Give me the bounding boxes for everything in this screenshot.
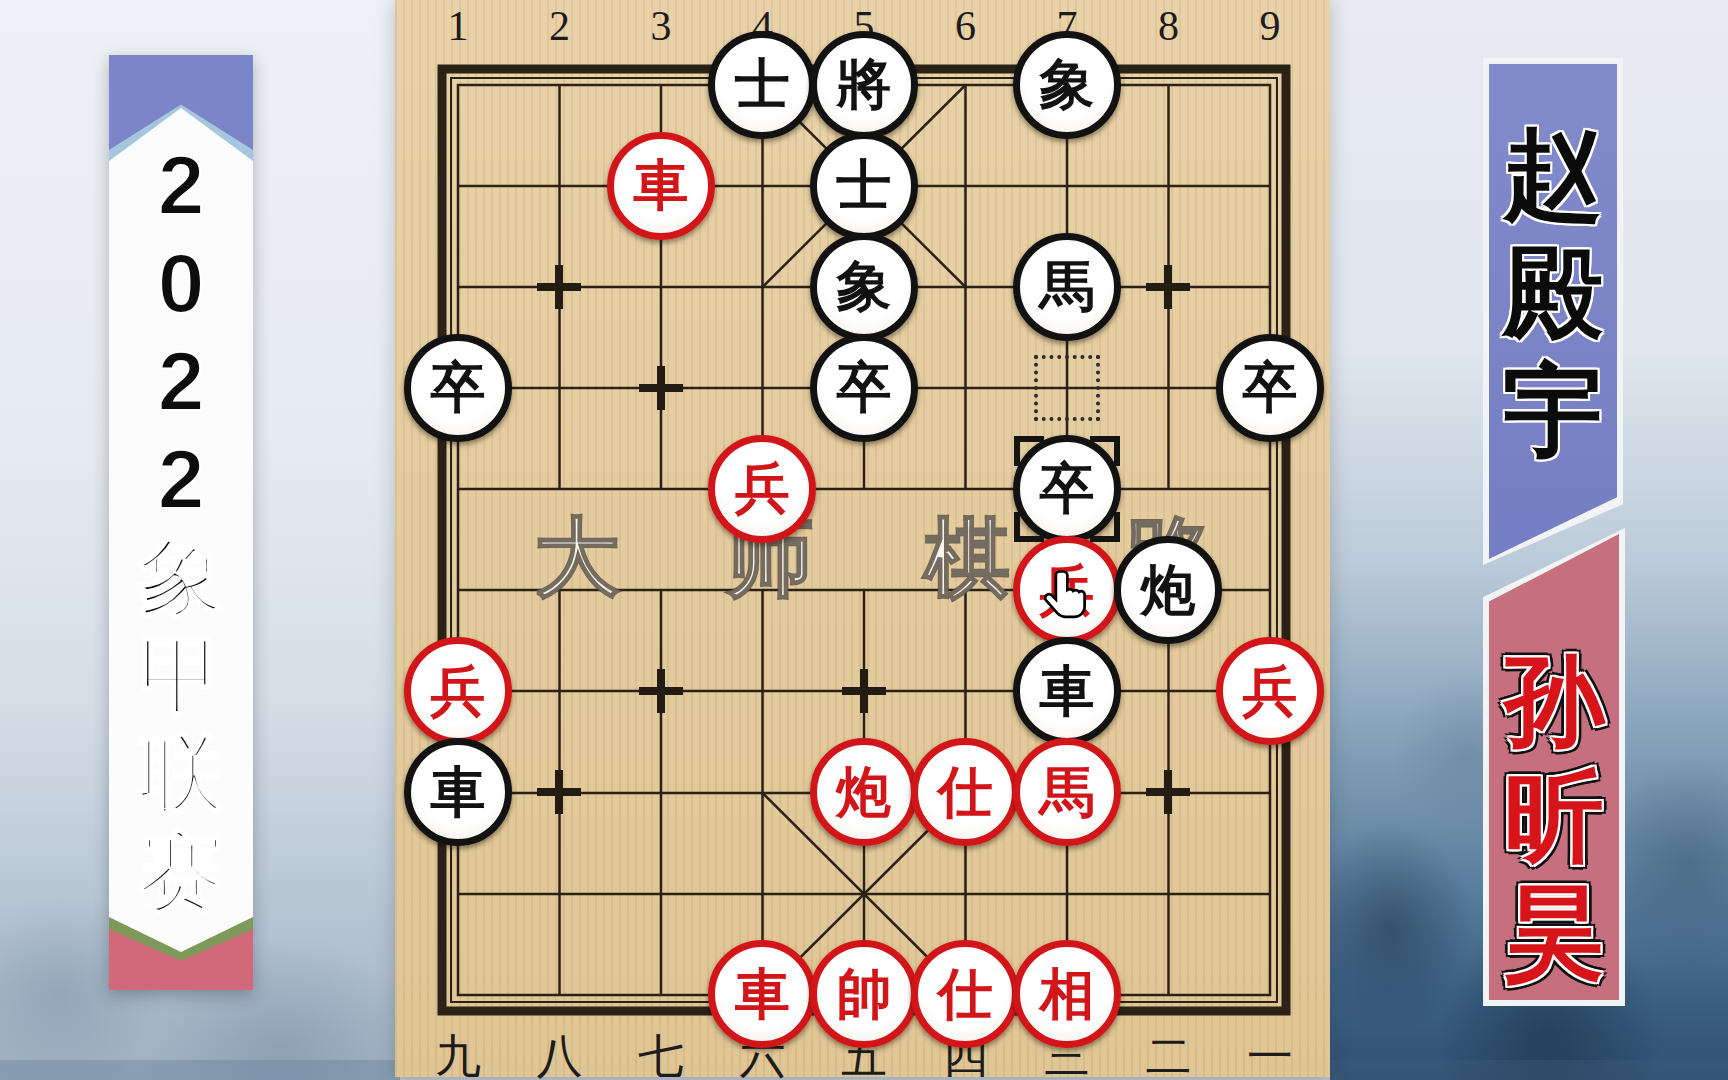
- piece-red-horse[interactable]: 馬: [1013, 738, 1121, 846]
- red-player-banner: 孙昕昊: [1483, 528, 1625, 1006]
- piece-black-horse[interactable]: 馬: [1013, 233, 1121, 341]
- piece-black-soldier[interactable]: 卒: [1216, 334, 1324, 442]
- black-player-name-char: 宇: [1503, 358, 1603, 462]
- piece-red-soldier[interactable]: 兵: [1216, 637, 1324, 745]
- board-point-marker: [639, 366, 683, 410]
- piece-red-advisor[interactable]: 仕: [911, 940, 1019, 1048]
- piece-black-advisor[interactable]: 士: [708, 31, 816, 139]
- last-move-from-marker: [1034, 355, 1100, 421]
- corner-bracket-tr: [1090, 436, 1120, 466]
- piece-red-chariot[interactable]: 車: [607, 132, 715, 240]
- event-banner: 2022象甲联赛: [109, 55, 253, 990]
- piece-black-soldier[interactable]: 卒: [810, 334, 918, 442]
- last-move-to-marker: [1014, 436, 1120, 542]
- corner-bracket-bl: [1014, 512, 1044, 542]
- board-point-marker: [1146, 265, 1190, 309]
- red-player-name-char: 昕: [1504, 764, 1604, 868]
- piece-red-advisor[interactable]: 仕: [911, 738, 1019, 846]
- board-point-marker: [1146, 770, 1190, 814]
- red-player-name: 孙昕昊: [1483, 528, 1625, 1006]
- piece-red-soldier[interactable]: 兵: [708, 435, 816, 543]
- event-title-char: 0: [158, 241, 205, 325]
- piece-red-soldier[interactable]: 兵: [404, 637, 512, 745]
- red-player-name-char: 昊: [1504, 880, 1604, 984]
- piece-black-general[interactable]: 將: [810, 31, 918, 139]
- black-player-name-char: 殿: [1503, 240, 1603, 344]
- hand-cursor-icon: [1020, 543, 1114, 637]
- board-point-marker: [842, 669, 886, 713]
- event-title-char: 赛: [139, 829, 223, 913]
- piece-black-soldier[interactable]: 卒: [404, 334, 512, 442]
- event-title-char: 联: [139, 731, 223, 815]
- event-title-char: 甲: [139, 633, 223, 717]
- event-title-char: 象: [139, 535, 223, 619]
- black-player-name-char: 赵: [1503, 122, 1603, 226]
- piece-black-chariot[interactable]: 車: [404, 738, 512, 846]
- piece-red-general[interactable]: 帥: [810, 940, 918, 1048]
- piece-black-cannon[interactable]: 炮: [1114, 536, 1222, 644]
- board-point-marker: [639, 669, 683, 713]
- screenshot-stage: 2022象甲联赛: [0, 0, 1728, 1080]
- xiangqi-board-panel: 士將象車士象馬卒卒卒兵卒兵炮兵車兵車炮仕馬車帥仕相 123456789九八七六五…: [395, 0, 1330, 1077]
- board-grid: 士將象車士象馬卒卒卒兵卒兵炮兵車兵車炮仕馬車帥仕相: [407, 34, 1321, 1045]
- board-point-marker: [537, 770, 581, 814]
- piece-red-elephant[interactable]: 相: [1013, 940, 1121, 1048]
- event-title-char: 2: [158, 339, 205, 423]
- board-point-marker: [537, 265, 581, 309]
- corner-bracket-br: [1090, 512, 1120, 542]
- piece-red-cannon[interactable]: 炮: [810, 738, 918, 846]
- event-title-char: 2: [158, 437, 205, 521]
- piece-red-chariot[interactable]: 車: [708, 940, 816, 1048]
- event-title-char: 2: [158, 143, 205, 227]
- event-title-vertical-text: 2022象甲联赛: [109, 143, 253, 913]
- black-player-banner: 赵殿宇: [1483, 58, 1623, 565]
- piece-black-elephant[interactable]: 象: [810, 233, 918, 341]
- corner-bracket-tl: [1014, 436, 1044, 466]
- piece-black-elephant[interactable]: 象: [1013, 31, 1121, 139]
- piece-black-chariot[interactable]: 車: [1013, 637, 1121, 745]
- black-player-name: 赵殿宇: [1483, 58, 1623, 565]
- piece-black-advisor[interactable]: 士: [810, 132, 918, 240]
- red-player-name-char: 孙: [1504, 648, 1604, 752]
